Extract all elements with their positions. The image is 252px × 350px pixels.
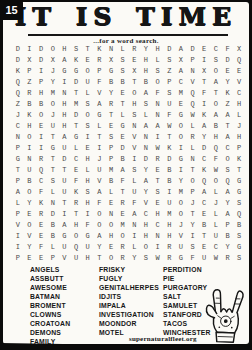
grid-cell: E (198, 242, 210, 253)
grid-cell: T (94, 253, 106, 264)
grid-cell: P (47, 253, 59, 264)
grid-cell: T (210, 87, 222, 98)
grid-cell: A (175, 65, 187, 76)
grid-cell: A (152, 120, 164, 131)
grid-cell: S (117, 65, 129, 76)
grid-cell: F (187, 253, 199, 264)
grid-cell: O (47, 98, 59, 109)
grid-cell: T (59, 165, 71, 176)
grid-cell: I (12, 242, 24, 253)
word-list-item: IMPALA (99, 301, 159, 310)
grid-cell: B (163, 176, 175, 187)
grid-cell: R (152, 154, 164, 165)
grid-cell: R (117, 253, 129, 264)
grid-cell: Y (222, 198, 234, 209)
grid-cell: M (117, 220, 129, 231)
grid-cell: U (94, 165, 106, 176)
grid-cell: T (187, 165, 199, 176)
grid-cell: E (24, 253, 36, 264)
grid-cell: R (163, 253, 175, 264)
grid-cell: C (198, 198, 210, 209)
grid-cell: S (128, 109, 140, 120)
grid-cell: C (12, 120, 24, 131)
grid-cell: T (94, 131, 106, 142)
grid-cell: F (35, 187, 47, 198)
grid-cell: J (47, 109, 59, 120)
grid-cell: O (24, 187, 36, 198)
grid-cell: N (59, 87, 71, 98)
grid-cell: Y (175, 176, 187, 187)
grid-cell: H (140, 220, 152, 231)
grid-cell: Q (198, 176, 210, 187)
grid-cell: Y (47, 76, 59, 87)
grid-cell: G (117, 120, 129, 131)
grid-cell: E (70, 165, 82, 176)
grid-cell: P (233, 142, 245, 153)
grid-cell: I (24, 43, 36, 54)
grid-cell: S (117, 54, 129, 65)
grid-cell: H (59, 120, 71, 131)
grid-cell: S (82, 98, 94, 109)
grid-cell: O (152, 76, 164, 87)
grid-cell: G (82, 231, 94, 242)
grid-cell: A (94, 98, 106, 109)
grid-cell: G (175, 253, 187, 264)
grid-cell: H (233, 131, 245, 142)
grid-cell: N (128, 120, 140, 131)
grid-cell: V (94, 176, 106, 187)
grid-cell: E (35, 253, 47, 264)
grid-cell: L (233, 109, 245, 120)
grid-cell: P (12, 253, 24, 264)
grid-cell: U (24, 165, 36, 176)
grid-cell: B (35, 98, 47, 109)
grid-cell: Q (35, 165, 47, 176)
grid-cell: H (105, 231, 117, 242)
grid-cell: R (94, 54, 106, 65)
grid-cell: S (222, 165, 234, 176)
grid-cell: Y (140, 187, 152, 198)
grid-cell: Y (24, 242, 36, 253)
grid-cell: U (59, 242, 71, 253)
grid-cell: Q (70, 242, 82, 253)
grid-cell: Q (187, 87, 199, 98)
grid-cell: L (94, 120, 106, 131)
grid-cell: L (152, 54, 164, 65)
grid-cell: U (175, 242, 187, 253)
grid-cell: B (105, 176, 117, 187)
grid-cell: Y (105, 87, 117, 98)
grid-cell: L (12, 198, 24, 209)
grid-cell: R (187, 131, 199, 142)
grid-cell: T (105, 109, 117, 120)
grid-cell: R (105, 98, 117, 109)
grid-cell: F (222, 43, 234, 54)
grid-cell: B (222, 231, 234, 242)
grid-cell: E (222, 65, 234, 76)
word-list-item: FUGLY (99, 274, 159, 283)
grid-cell: A (117, 165, 129, 176)
grid-cell: P (105, 154, 117, 165)
grid-cell: E (117, 87, 129, 98)
grid-cell: Y (140, 165, 152, 176)
grid-cell: H (163, 220, 175, 231)
grid-cell: A (175, 43, 187, 54)
grid-cell: S (47, 176, 59, 187)
grid-cell: E (117, 209, 129, 220)
grid-cell: G (175, 109, 187, 120)
word-list-item: FRISKY (99, 265, 159, 274)
grid-cell: K (198, 109, 210, 120)
grid-cell: O (47, 43, 59, 54)
grid-cell: A (198, 187, 210, 198)
grid-cell: P (105, 142, 117, 153)
grid-cell: C (152, 220, 164, 231)
grid-cell: J (233, 120, 245, 131)
grid-cell: O (187, 176, 199, 187)
grid-cell: S (187, 242, 199, 253)
grid-cell: B (47, 220, 59, 231)
grid-cell: U (59, 187, 71, 198)
grid-cell: S (140, 253, 152, 264)
grid-cell: I (152, 131, 164, 142)
grid-cell: T (47, 131, 59, 142)
grid-cell: O (82, 65, 94, 76)
grid-cell: P (12, 176, 24, 187)
grid-cell: O (210, 176, 222, 187)
word-list-item: CROATOAN (30, 319, 70, 328)
grid-cell: H (128, 98, 140, 109)
grid-cell: S (163, 87, 175, 98)
grid-cell: J (12, 109, 24, 120)
grid-cell: Y (198, 131, 210, 142)
grid-cell: R (163, 242, 175, 253)
grid-cell: N (12, 131, 24, 142)
grid-cell: L (82, 165, 94, 176)
grid-cell: L (210, 220, 222, 231)
word-list-item: MOONDOR (99, 319, 159, 328)
grid-cell: S (152, 187, 164, 198)
grid-cell: G (233, 176, 245, 187)
grid-cell: L (210, 187, 222, 198)
grid-cell: U (59, 142, 71, 153)
grid-cell: C (140, 209, 152, 220)
grid-cell: Q (233, 209, 245, 220)
grid-cell: B (210, 120, 222, 131)
grid-cell: T (82, 43, 94, 54)
grid-cell: K (70, 54, 82, 65)
grid-cell: H (152, 209, 164, 220)
grid-cell: T (70, 209, 82, 220)
grid-cell: T (152, 176, 164, 187)
grid-cell: G (47, 142, 59, 153)
word-list-item: ANGELS (30, 265, 70, 274)
grid-cell: E (198, 209, 210, 220)
grid-cell: T (47, 165, 59, 176)
grid-cell: I (128, 154, 140, 165)
grid-cell: F (163, 109, 175, 120)
grid-cell: H (233, 98, 245, 109)
grid-cell: E (152, 198, 164, 209)
grid-cell: H (163, 231, 175, 242)
grid-cell: W (210, 253, 222, 264)
grid-cell: Y (222, 242, 234, 253)
grid-cell: J (94, 154, 106, 165)
grid-cell: R (70, 198, 82, 209)
grid-cell: L (128, 176, 140, 187)
grid-cell: B (198, 220, 210, 231)
grid-cell: D (35, 54, 47, 65)
grid-cell: V (187, 76, 199, 87)
grid-cell: J (175, 220, 187, 231)
grid-cell: C (222, 142, 234, 153)
grid-cell: R (117, 198, 129, 209)
grid-cell: O (140, 242, 152, 253)
grid-cell: F (94, 198, 106, 209)
grid-cell: A (198, 120, 210, 131)
grid-cell: O (94, 220, 106, 231)
grid-cell: A (59, 220, 71, 231)
grid-cell: D (59, 154, 71, 165)
website-credit: supernaturalfleet.org (129, 335, 197, 343)
grid-cell: D (163, 154, 175, 165)
grid-cell: I (198, 98, 210, 109)
grid-cell: X (105, 54, 117, 65)
grid-cell: N (47, 198, 59, 209)
grid-cell: X (47, 54, 59, 65)
grid-cell: Q (187, 98, 199, 109)
grid-cell: I (175, 165, 187, 176)
grid-cell: Y (222, 76, 234, 87)
grid-cell: H (70, 220, 82, 231)
grid-cell: P (12, 209, 24, 220)
grid-cell: Y (94, 242, 106, 253)
grid-cell: B (24, 176, 36, 187)
grid-cell: D (117, 142, 129, 153)
word-list-column-2: FRISKYFUGLYGENITALHERPESIDJITSIMPALAINVE… (99, 265, 159, 337)
grid-cell: Z (163, 65, 175, 76)
grid-cell: N (152, 109, 164, 120)
word-list-item: CLOWNS (30, 310, 70, 319)
grid-cell: H (59, 109, 71, 120)
grid-cell: L (82, 87, 94, 98)
grid-cell: S (233, 253, 245, 264)
grid-cell: O (175, 198, 187, 209)
grid-cell: E (128, 54, 140, 65)
grid-cell: B (47, 231, 59, 242)
grid-cell: A (94, 231, 106, 242)
word-search-page-photo: { "game": "word-search", "badge": "15", … (0, 0, 252, 350)
grid-cell: E (198, 43, 210, 54)
grid-cell: D (12, 54, 24, 65)
grid-cell: B (24, 98, 36, 109)
grid-cell: H (82, 176, 94, 187)
grid-cell: K (24, 109, 36, 120)
grid-cell: V (12, 220, 24, 231)
grid-cell: A (59, 54, 71, 65)
grid-cell: E (233, 65, 245, 76)
grid-cell: G (233, 242, 245, 253)
grid-cell: J (47, 65, 59, 76)
grid-cell: D (47, 209, 59, 220)
grid-cell: S (82, 187, 94, 198)
word-list-item: INVESTIGATION (99, 310, 159, 319)
grid-cell: T (117, 187, 129, 198)
grid-cell: Z (222, 98, 234, 109)
grid-cell: N (152, 98, 164, 109)
grid-cell: T (117, 98, 129, 109)
grid-cell: X (24, 54, 36, 65)
grid-cell: A (12, 187, 24, 198)
grid-cell: B (233, 220, 245, 231)
grid-cell: D (35, 43, 47, 54)
grid-cell: D (70, 76, 82, 87)
grid-cell: L (187, 142, 199, 153)
grid-cell: O (128, 87, 140, 98)
grid-cell: R (24, 87, 36, 98)
grid-cell: P (163, 76, 175, 87)
grid-cell: I (152, 242, 164, 253)
grid-cell: T (70, 87, 82, 98)
grid-cell: J (187, 198, 199, 209)
title-underline (28, 34, 228, 36)
grid-cell: O (175, 131, 187, 142)
grid-cell: B (105, 76, 117, 87)
grid-cell: H (35, 87, 47, 98)
grid-cell: I (94, 142, 106, 153)
grid-cell: F (198, 87, 210, 98)
grid-cell: A (140, 120, 152, 131)
grid-cell: L (70, 142, 82, 153)
grid-cell: N (140, 131, 152, 142)
grid-cell: C (198, 154, 210, 165)
grid-cell: C (210, 43, 222, 54)
word-list-item: ASSBUTT (30, 274, 70, 283)
grid-cell: L (187, 120, 199, 131)
grid-cell: S (233, 198, 245, 209)
grid-cell: T (59, 198, 71, 209)
grid-cell: R (35, 209, 47, 220)
grid-cell: B (117, 76, 129, 87)
grid-cell: I (59, 209, 71, 220)
word-list-item: BATMAN (30, 292, 70, 301)
grid-cell: P (12, 142, 24, 153)
grid-cell: V (233, 76, 245, 87)
grid-cell: O (94, 209, 106, 220)
grid-cell: I (198, 54, 210, 65)
puzzle-title: IT IS TIME (3, 2, 249, 32)
grid-cell: N (152, 231, 164, 242)
grid-cell: A (222, 109, 234, 120)
grid-cell: F (128, 198, 140, 209)
grid-cell: T (198, 76, 210, 87)
grid-cell: G (175, 154, 187, 165)
grid-cell: I (35, 65, 47, 76)
grid-cell: K (12, 65, 24, 76)
grid-cell: W (152, 253, 164, 264)
grid-cell: M (175, 187, 187, 198)
grid-cell: R (128, 43, 140, 54)
grid-cell: G (12, 154, 24, 165)
grid-cell: D (163, 43, 175, 54)
grid-cell: U (210, 231, 222, 242)
puzzle-page: IT IS TIME ...for a word search. DIDOHST… (3, 2, 249, 344)
grid-cell: F (117, 176, 129, 187)
grid-cell: H (59, 98, 71, 109)
grid-cell: M (175, 87, 187, 98)
grid-cell: Y (24, 198, 36, 209)
grid-cell: L (117, 109, 129, 120)
grid-cell: T (128, 76, 140, 87)
grid-cell: E (35, 220, 47, 231)
grid-cell: Y (187, 220, 199, 231)
grid-cell: P (24, 65, 36, 76)
grid-cell: U (198, 253, 210, 264)
grid-cell: N (105, 43, 117, 54)
grid-cell: E (152, 165, 164, 176)
grid-cell: G (70, 131, 82, 142)
grid-cell: O (24, 220, 36, 231)
grid-cell: V (94, 87, 106, 98)
grid-cell: H (82, 154, 94, 165)
grid-cell: P (35, 76, 47, 87)
grid-cell: F (152, 87, 164, 98)
grid-cell: W (152, 142, 164, 153)
grid-cell: I (35, 131, 47, 142)
grid-cell: H (152, 43, 164, 54)
grid-cell: T (187, 209, 199, 220)
grid-cell: X (198, 65, 210, 76)
grid-cell: V (128, 131, 140, 142)
grid-cell: I (187, 231, 199, 242)
grid-cell: K (163, 142, 175, 153)
grid-cell: D (222, 54, 234, 65)
grid-cell: G (70, 65, 82, 76)
grid-cell: O (175, 209, 187, 220)
grid-cell: O (222, 154, 234, 165)
grid-cell: A (140, 87, 152, 98)
grid-cell: E (105, 198, 117, 209)
grid-cell: K (198, 165, 210, 176)
grid-cell: L (47, 242, 59, 253)
grid-cell: L (105, 187, 117, 198)
grid-cell: N (128, 220, 140, 231)
grid-cell: B (163, 165, 175, 176)
grid-cell: Q (12, 76, 24, 87)
grid-cell: H (140, 54, 152, 65)
word-list-item: BROMENT (30, 301, 70, 310)
grid-cell: G (59, 65, 71, 76)
grid-cell: V (24, 231, 36, 242)
grid-cell: U (128, 187, 140, 198)
grid-cell: T (222, 120, 234, 131)
rock-hand-icon (202, 285, 250, 345)
grid-cell: H (140, 65, 152, 76)
grid-cell: I (59, 76, 71, 87)
grid-cell: A (222, 131, 234, 142)
grid-cell: V (140, 198, 152, 209)
grid-cell: O (105, 253, 117, 264)
word-list-item: GENITALHERPES (99, 283, 159, 292)
grid-cell: K (94, 43, 106, 54)
grid-cell: D (70, 109, 82, 120)
grid-cell: R (117, 242, 129, 253)
grid-cell: H (210, 131, 222, 142)
grid-cell: A (222, 187, 234, 198)
grid-cell: U (82, 76, 94, 87)
grid-cell: L (140, 109, 152, 120)
grid-cell: Z (24, 76, 36, 87)
